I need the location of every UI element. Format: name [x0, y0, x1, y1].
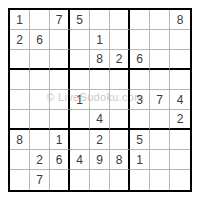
cell-r7c8[interactable]	[150, 130, 170, 150]
cell-r2c5[interactable]: 1	[90, 30, 110, 50]
cell-r2c6[interactable]	[110, 30, 130, 50]
cell-r4c3[interactable]	[50, 70, 70, 90]
cell-r2c9[interactable]	[170, 30, 190, 50]
cell-r3c1[interactable]	[10, 50, 30, 70]
cell-r2c2[interactable]: 6	[30, 30, 50, 50]
cell-r4c8[interactable]	[150, 70, 170, 90]
cell-r3c5[interactable]: 8	[90, 50, 110, 70]
cell-r4c6[interactable]	[110, 70, 130, 90]
cell-r3c9[interactable]	[170, 50, 190, 70]
cell-r7c9[interactable]	[170, 130, 190, 150]
cell-r4c4[interactable]	[70, 70, 90, 90]
cell-r9c2[interactable]: 7	[30, 170, 50, 190]
cell-r1c7[interactable]	[130, 10, 150, 30]
cell-r7c4[interactable]	[70, 130, 90, 150]
cell-r4c1[interactable]	[10, 70, 30, 90]
cell-r7c2[interactable]	[30, 130, 50, 150]
cell-r5c1[interactable]	[10, 90, 30, 110]
cell-r8c9[interactable]	[170, 150, 190, 170]
cell-r8c3[interactable]: 6	[50, 150, 70, 170]
cell-r8c8[interactable]	[150, 150, 170, 170]
cell-r5c8[interactable]: 7	[150, 90, 170, 110]
cell-r6c5[interactable]: 4	[90, 110, 110, 130]
sudoku-board: 175826182613744281252649817	[8, 8, 192, 192]
cell-r2c8[interactable]	[150, 30, 170, 50]
cell-r9c7[interactable]	[130, 170, 150, 190]
cell-r9c1[interactable]	[10, 170, 30, 190]
cell-r3c3[interactable]	[50, 50, 70, 70]
cell-r5c3[interactable]	[50, 90, 70, 110]
cell-r5c9[interactable]: 4	[170, 90, 190, 110]
cell-r9c8[interactable]	[150, 170, 170, 190]
cell-r9c6[interactable]	[110, 170, 130, 190]
cell-r1c3[interactable]: 7	[50, 10, 70, 30]
cell-r1c8[interactable]	[150, 10, 170, 30]
cell-r2c7[interactable]	[130, 30, 150, 50]
cell-r7c6[interactable]	[110, 130, 130, 150]
cell-r6c9[interactable]: 2	[170, 110, 190, 130]
cell-r5c4[interactable]: 1	[70, 90, 90, 110]
cell-r3c7[interactable]: 6	[130, 50, 150, 70]
cell-r1c4[interactable]: 5	[70, 10, 90, 30]
cell-r6c7[interactable]	[130, 110, 150, 130]
cell-r7c3[interactable]: 1	[50, 130, 70, 150]
cell-r7c5[interactable]: 2	[90, 130, 110, 150]
cell-r9c9[interactable]	[170, 170, 190, 190]
cell-r1c1[interactable]: 1	[10, 10, 30, 30]
cell-r4c9[interactable]	[170, 70, 190, 90]
cell-r6c6[interactable]	[110, 110, 130, 130]
cell-r5c7[interactable]: 3	[130, 90, 150, 110]
cell-r3c8[interactable]	[150, 50, 170, 70]
cell-r9c3[interactable]	[50, 170, 70, 190]
cell-r6c4[interactable]	[70, 110, 90, 130]
cell-r4c7[interactable]	[130, 70, 150, 90]
cell-r6c8[interactable]	[150, 110, 170, 130]
cell-r7c1[interactable]: 8	[10, 130, 30, 150]
cell-r7c7[interactable]: 5	[130, 130, 150, 150]
cell-r9c5[interactable]	[90, 170, 110, 190]
cell-r8c2[interactable]: 2	[30, 150, 50, 170]
cell-r6c3[interactable]	[50, 110, 70, 130]
cell-r3c2[interactable]	[30, 50, 50, 70]
cell-r8c6[interactable]: 8	[110, 150, 130, 170]
cell-r1c5[interactable]	[90, 10, 110, 30]
cell-r6c1[interactable]	[10, 110, 30, 130]
cell-r2c4[interactable]	[70, 30, 90, 50]
sudoku-page: © LiveSudoku.com 17582618261374428125264…	[0, 0, 200, 200]
cell-r8c4[interactable]: 4	[70, 150, 90, 170]
cell-r3c4[interactable]	[70, 50, 90, 70]
cell-r8c1[interactable]	[10, 150, 30, 170]
cell-r1c9[interactable]: 8	[170, 10, 190, 30]
cell-r4c2[interactable]	[30, 70, 50, 90]
cell-r8c7[interactable]: 1	[130, 150, 150, 170]
cell-r5c5[interactable]	[90, 90, 110, 110]
cell-r5c2[interactable]	[30, 90, 50, 110]
cell-r3c6[interactable]: 2	[110, 50, 130, 70]
cell-r4c5[interactable]	[90, 70, 110, 90]
cell-r1c2[interactable]	[30, 10, 50, 30]
cell-r8c5[interactable]: 9	[90, 150, 110, 170]
cell-r2c3[interactable]	[50, 30, 70, 50]
cell-r2c1[interactable]: 2	[10, 30, 30, 50]
cell-r9c4[interactable]	[70, 170, 90, 190]
cell-r1c6[interactable]	[110, 10, 130, 30]
cell-r5c6[interactable]	[110, 90, 130, 110]
cell-r6c2[interactable]	[30, 110, 50, 130]
